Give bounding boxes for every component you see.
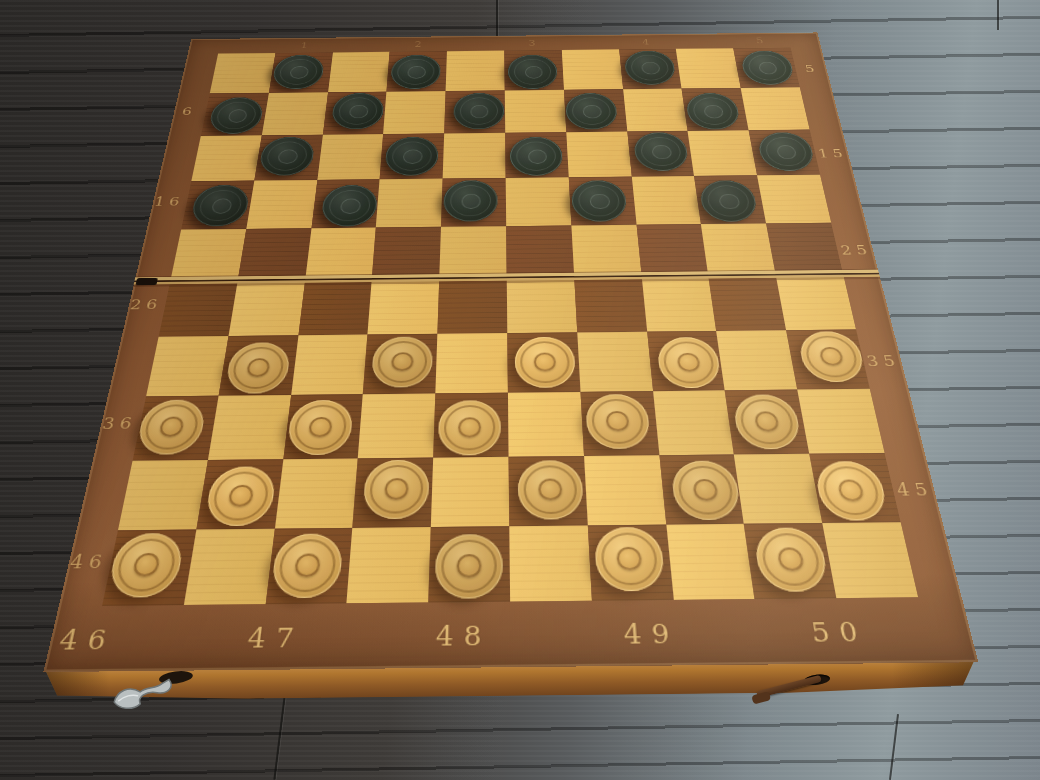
square-r3c3[interactable] <box>317 134 383 180</box>
black-man-14[interactable] <box>633 132 690 171</box>
piece-top-face <box>756 132 816 171</box>
square-8[interactable] <box>444 90 505 133</box>
piece-top-face <box>565 93 618 130</box>
square-13[interactable] <box>505 132 568 178</box>
hinge-notch <box>135 278 157 285</box>
piece-top-face <box>443 180 497 222</box>
square-r3c5[interactable] <box>443 133 506 179</box>
square-41[interactable] <box>196 459 283 529</box>
square-49[interactable] <box>588 525 674 601</box>
square-2[interactable] <box>387 51 447 91</box>
square-30[interactable] <box>709 275 787 331</box>
board-number-47: 47 <box>246 622 305 654</box>
black-man-9[interactable] <box>565 93 618 130</box>
square-34[interactable] <box>647 331 725 391</box>
square-r2c8[interactable] <box>623 89 688 132</box>
board-number-15: 15 <box>816 146 848 160</box>
square-r5c5[interactable] <box>439 226 506 278</box>
square-r1c7[interactable] <box>562 49 623 89</box>
piece-top-face <box>390 55 441 89</box>
black-man-20[interactable] <box>698 180 759 222</box>
white-man-46[interactable] <box>107 533 186 598</box>
square-r4c2[interactable] <box>246 180 317 229</box>
board-scene: 616263646515253545123454647484950 <box>0 0 1040 780</box>
board-number-1: 1 <box>300 41 310 50</box>
square-r2c10[interactable] <box>741 87 810 130</box>
board-number-6: 6 <box>181 104 198 117</box>
square-19[interactable] <box>569 177 637 226</box>
white-man-42[interactable] <box>362 460 430 520</box>
black-man-17[interactable] <box>320 185 378 227</box>
square-9[interactable] <box>564 89 627 132</box>
square-r1c9[interactable] <box>676 48 741 88</box>
piece-top-face <box>813 461 890 521</box>
piece-top-face <box>453 93 504 130</box>
white-man-41[interactable] <box>204 466 277 526</box>
square-r9c5[interactable] <box>431 457 509 527</box>
border-numerals: 616263646515253545123454647484950 <box>191 32 817 39</box>
white-man-33[interactable] <box>515 337 576 388</box>
metal-clasp-icon[interactable] <box>104 665 215 716</box>
piece-top-face <box>434 534 502 599</box>
square-r6c4[interactable] <box>368 278 440 334</box>
square-27[interactable] <box>298 279 372 335</box>
board-number-35: 35 <box>865 351 903 369</box>
square-35[interactable] <box>786 329 870 389</box>
square-r8c10[interactable] <box>797 389 884 454</box>
square-r5c9[interactable] <box>701 223 776 275</box>
black-man-4[interactable] <box>624 51 677 85</box>
square-4[interactable] <box>619 49 682 89</box>
square-39[interactable] <box>580 391 659 456</box>
piece-top-face <box>585 394 651 449</box>
board-number-4: 4 <box>642 37 652 46</box>
square-29[interactable] <box>574 276 647 332</box>
square-23[interactable] <box>506 225 574 277</box>
square-32[interactable] <box>363 334 437 394</box>
piece-top-face <box>331 93 385 130</box>
piece-top-face <box>796 331 866 382</box>
black-man-13[interactable] <box>510 137 563 176</box>
piece-top-face <box>362 460 430 520</box>
black-man-8[interactable] <box>453 93 504 130</box>
square-18[interactable] <box>441 178 506 227</box>
square-r7c9[interactable] <box>717 330 798 390</box>
square-r3c7[interactable] <box>566 132 631 178</box>
board-number-25: 25 <box>839 242 874 258</box>
square-r2c6[interactable] <box>505 90 566 133</box>
piece-top-face <box>594 527 666 592</box>
draughts-board: 616263646515253545123454647484950 <box>43 32 978 672</box>
piece-top-face <box>508 55 558 89</box>
square-r2c2[interactable] <box>262 92 328 135</box>
piece-top-face <box>698 180 759 222</box>
square-5[interactable] <box>733 48 799 88</box>
square-r5c1[interactable] <box>170 229 246 281</box>
black-man-11[interactable] <box>258 137 316 176</box>
board-number-48: 48 <box>435 620 491 652</box>
piece-top-face <box>204 466 277 526</box>
piece-top-face <box>225 342 292 394</box>
black-man-15[interactable] <box>756 132 816 171</box>
square-r10c10[interactable] <box>823 522 919 598</box>
square-44[interactable] <box>659 454 744 524</box>
square-38[interactable] <box>433 393 508 458</box>
black-man-5[interactable] <box>739 50 795 84</box>
piece-top-face <box>752 527 830 592</box>
square-28[interactable] <box>438 278 508 334</box>
square-17[interactable] <box>311 179 380 228</box>
white-man-34[interactable] <box>656 337 722 388</box>
square-50[interactable] <box>744 523 836 599</box>
white-man-43[interactable] <box>518 460 585 520</box>
square-33[interactable] <box>507 332 580 392</box>
square-r1c3[interactable] <box>328 52 390 92</box>
piece-top-face <box>270 533 344 598</box>
square-15[interactable] <box>749 130 820 176</box>
black-man-12[interactable] <box>384 137 438 176</box>
square-r1c5[interactable] <box>446 51 505 91</box>
square-r1c1[interactable] <box>210 53 276 94</box>
square-r3c9[interactable] <box>688 130 757 176</box>
square-20[interactable] <box>694 175 766 224</box>
square-40[interactable] <box>725 390 809 455</box>
black-man-2[interactable] <box>390 55 441 89</box>
square-r7c3[interactable] <box>291 335 368 395</box>
black-man-1[interactable] <box>271 55 325 89</box>
black-man-6[interactable] <box>208 97 265 134</box>
square-r6c6[interactable] <box>507 277 577 333</box>
piece-top-face <box>286 400 354 455</box>
piece-top-face <box>633 132 690 171</box>
piece-top-face <box>739 50 795 84</box>
square-43[interactable] <box>509 456 588 526</box>
square-22[interactable] <box>372 227 441 279</box>
square-14[interactable] <box>627 131 694 177</box>
board-number-49: 49 <box>622 618 680 650</box>
square-r10c8[interactable] <box>666 524 755 600</box>
piece-top-face <box>518 460 585 520</box>
board-number-36: 36 <box>101 413 140 432</box>
square-r8c8[interactable] <box>653 390 735 455</box>
piece-top-face <box>384 137 438 176</box>
square-12[interactable] <box>380 133 444 179</box>
board-number-26: 26 <box>129 295 165 312</box>
square-24[interactable] <box>636 224 708 276</box>
piece-top-face <box>732 394 803 449</box>
square-r9c9[interactable] <box>734 454 822 524</box>
piece-top-face <box>571 180 628 222</box>
piece-top-face <box>685 93 741 130</box>
piece-top-face <box>510 137 563 176</box>
board-number-46: 46 <box>57 623 119 655</box>
white-man-48[interactable] <box>434 534 502 599</box>
square-25[interactable] <box>766 223 843 275</box>
black-man-7[interactable] <box>331 93 385 130</box>
square-r10c4[interactable] <box>347 527 431 603</box>
square-r4c6[interactable] <box>506 177 572 226</box>
square-r3c1[interactable] <box>191 135 261 181</box>
square-r4c10[interactable] <box>757 175 831 224</box>
square-r6c10[interactable] <box>776 274 856 330</box>
white-man-38[interactable] <box>437 400 500 455</box>
piece-top-face <box>320 185 378 227</box>
board-number-45: 45 <box>894 478 935 499</box>
black-man-16[interactable] <box>190 185 251 227</box>
square-26[interactable] <box>159 281 238 337</box>
piece-top-face <box>107 533 186 598</box>
white-man-35[interactable] <box>796 331 866 382</box>
square-r7c7[interactable] <box>577 332 653 392</box>
white-man-50[interactable] <box>752 527 830 592</box>
board-number-5: 5 <box>804 62 820 74</box>
board-grid <box>102 48 918 606</box>
white-man-49[interactable] <box>594 527 666 592</box>
square-45[interactable] <box>810 453 901 523</box>
square-r9c7[interactable] <box>584 455 666 525</box>
piece-top-face <box>370 336 432 387</box>
white-man-47[interactable] <box>270 533 344 598</box>
square-31[interactable] <box>218 335 298 395</box>
black-man-19[interactable] <box>571 180 628 222</box>
square-21[interactable] <box>238 228 312 280</box>
square-48[interactable] <box>429 526 511 602</box>
black-man-3[interactable] <box>508 55 558 89</box>
square-r7c1[interactable] <box>146 336 228 396</box>
white-man-44[interactable] <box>670 460 742 520</box>
black-man-10[interactable] <box>685 93 741 130</box>
square-36[interactable] <box>133 396 219 461</box>
piece-top-face <box>208 97 265 134</box>
white-man-32[interactable] <box>370 336 432 387</box>
square-r8c2[interactable] <box>208 395 291 460</box>
square-37[interactable] <box>283 394 363 459</box>
square-r8c4[interactable] <box>358 393 435 458</box>
square-46[interactable] <box>102 530 196 606</box>
square-3[interactable] <box>504 50 563 90</box>
piece-top-face <box>271 55 325 89</box>
piece-top-face <box>437 400 500 455</box>
black-man-18[interactable] <box>443 180 497 222</box>
square-1[interactable] <box>269 52 333 93</box>
square-r9c3[interactable] <box>274 458 358 528</box>
table-surface: 616263646515253545123454647484950 <box>0 0 1040 780</box>
square-r4c4[interactable] <box>376 179 443 228</box>
piece-top-face <box>258 137 316 176</box>
piece-top-face <box>670 460 742 520</box>
square-r6c8[interactable] <box>641 276 716 332</box>
square-r6c2[interactable] <box>228 280 305 336</box>
piece-top-face <box>135 399 207 454</box>
square-10[interactable] <box>682 88 749 131</box>
square-r2c4[interactable] <box>383 91 445 134</box>
board-number-2: 2 <box>414 40 423 49</box>
square-47[interactable] <box>265 528 352 604</box>
square-r8c6[interactable] <box>508 392 584 457</box>
square-r10c6[interactable] <box>509 525 591 601</box>
square-r7c5[interactable] <box>436 333 508 393</box>
square-11[interactable] <box>254 135 322 181</box>
white-man-45[interactable] <box>813 461 890 521</box>
piece-top-face <box>190 185 251 227</box>
white-man-36[interactable] <box>135 399 207 454</box>
board-number-50: 50 <box>809 616 870 648</box>
piece-top-face <box>624 51 677 85</box>
white-man-31[interactable] <box>225 342 292 394</box>
square-7[interactable] <box>323 92 387 135</box>
square-r4c8[interactable] <box>631 176 701 225</box>
white-man-40[interactable] <box>732 394 803 449</box>
square-6[interactable] <box>201 93 269 136</box>
square-r5c3[interactable] <box>305 228 376 280</box>
square-r5c7[interactable] <box>571 225 641 277</box>
board-number-46: 46 <box>68 550 110 573</box>
square-r10c2[interactable] <box>184 529 275 605</box>
board-number-3: 3 <box>528 39 537 48</box>
board-number-5: 5 <box>755 36 765 45</box>
square-r9c1[interactable] <box>118 460 208 530</box>
piece-top-face <box>515 337 576 388</box>
white-man-39[interactable] <box>585 394 651 449</box>
square-16[interactable] <box>181 181 254 230</box>
square-42[interactable] <box>353 458 434 528</box>
board-number-16: 16 <box>153 194 186 209</box>
piece-top-face <box>656 337 722 388</box>
white-man-37[interactable] <box>286 400 354 455</box>
swing-latch-tip <box>751 691 771 704</box>
